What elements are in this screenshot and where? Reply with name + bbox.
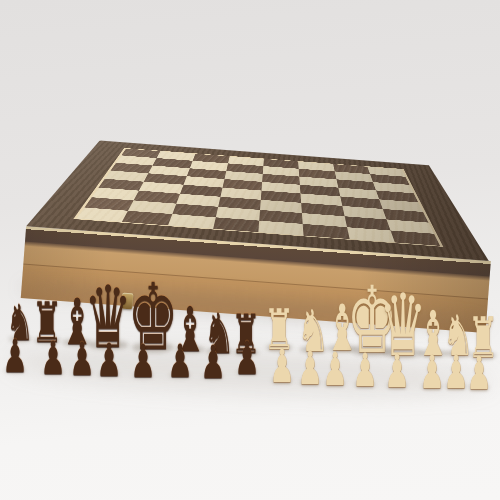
pieces-layer: ♞♜♝♛♚♝♞♜♜♞♝♚♛♝♞♜♟♟♟♟♟♟♟♟♟♟♟♟♟♟♟♟ [0, 0, 500, 500]
chess-piece-dark-pawn: ♟ [130, 338, 156, 384]
chess-piece-dark-pawn: ♟ [167, 338, 193, 384]
chess-piece-dark-pawn: ♟ [69, 336, 95, 382]
chess-piece-dark-pawn: ♟ [2, 333, 28, 379]
chess-piece-dark-pawn: ♟ [96, 337, 122, 383]
chess-piece-light-pawn: ♟ [352, 347, 378, 393]
chess-piece-light-pawn: ♟ [269, 343, 295, 389]
chess-piece-light-pawn: ♟ [466, 350, 492, 396]
chess-piece-dark-pawn: ♟ [234, 335, 260, 381]
product-photo-scene: ♞♜♝♛♚♝♞♜♜♞♝♚♛♝♞♜♟♟♟♟♟♟♟♟♟♟♟♟♟♟♟♟ [0, 0, 500, 500]
chess-piece-light-pawn: ♟ [443, 349, 469, 395]
chess-piece-light-pawn: ♟ [297, 345, 323, 391]
chess-piece-light-pawn: ♟ [384, 348, 410, 394]
chess-piece-light-pawn: ♟ [322, 346, 348, 392]
chess-piece-dark-pawn: ♟ [40, 335, 66, 381]
chess-piece-light-pawn: ♟ [419, 349, 445, 395]
chess-piece-dark-pawn: ♟ [200, 339, 226, 385]
